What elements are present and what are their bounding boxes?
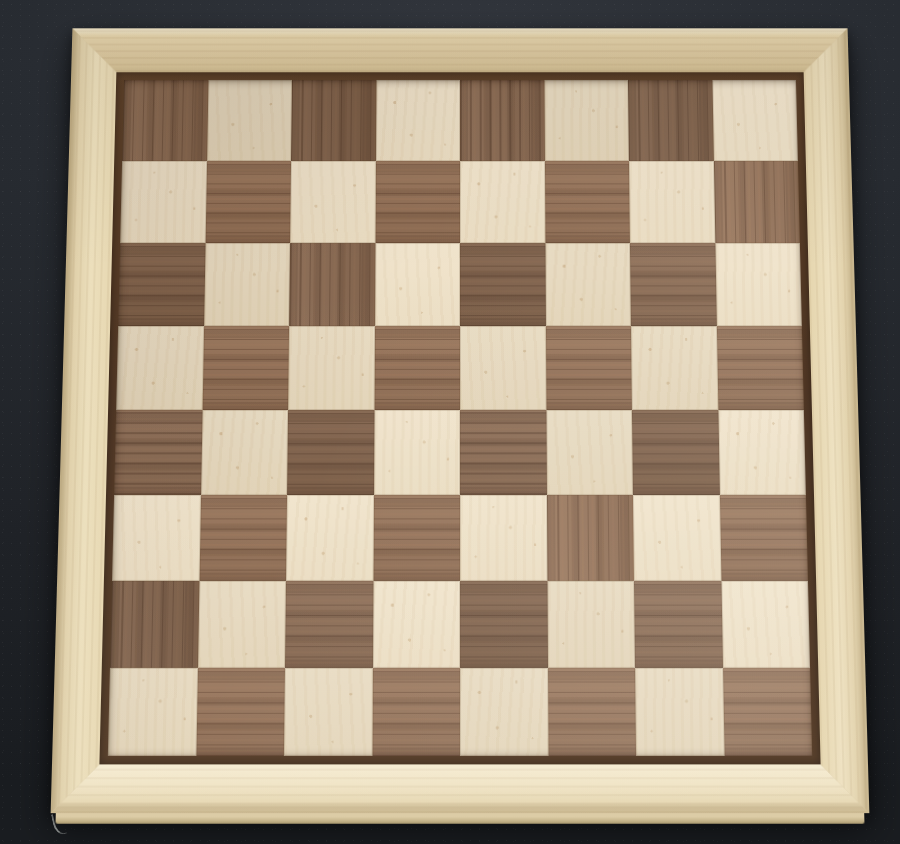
square-r3c2: [288, 326, 374, 410]
square-r3c5: [545, 326, 631, 410]
square-r0c2: [291, 80, 376, 161]
square-r4c2: [287, 410, 374, 495]
square-r7c0: [108, 668, 198, 756]
square-r2c1: [204, 243, 290, 326]
square-r1c7: [713, 161, 799, 243]
square-r4c5: [546, 410, 633, 495]
square-r5c5: [546, 495, 634, 581]
square-r5c7: [719, 495, 808, 581]
square-r7c6: [635, 668, 724, 756]
square-r2c3: [375, 243, 460, 326]
square-r7c5: [548, 668, 637, 756]
board-frame-bottom: [51, 764, 870, 813]
square-r0c6: [628, 80, 713, 161]
square-r6c2: [285, 581, 373, 668]
square-r7c7: [723, 668, 813, 756]
square-r4c0: [114, 410, 202, 495]
square-r3c6: [631, 326, 718, 410]
square-r5c1: [199, 495, 287, 581]
square-r1c6: [629, 161, 715, 243]
square-r7c2: [284, 668, 373, 756]
square-r0c0: [122, 80, 208, 161]
square-r0c3: [376, 80, 460, 161]
square-r0c5: [544, 80, 629, 161]
square-r6c5: [547, 581, 635, 668]
board-frame-top: [71, 28, 849, 72]
square-r6c4: [460, 581, 548, 668]
square-r3c7: [716, 326, 803, 410]
square-r1c2: [290, 161, 375, 243]
square-r7c3: [372, 668, 460, 756]
square-r6c0: [110, 581, 199, 668]
square-r1c5: [544, 161, 629, 243]
square-r3c4: [460, 326, 546, 410]
square-r7c4: [460, 668, 548, 756]
square-r2c6: [630, 243, 716, 326]
square-r5c3: [373, 495, 460, 581]
chess-board: [51, 28, 870, 813]
square-r3c3: [374, 326, 460, 410]
playing-field: [108, 80, 812, 756]
square-r3c1: [202, 326, 289, 410]
square-r4c1: [201, 410, 288, 495]
square-r0c4: [460, 80, 544, 161]
square-r1c3: [375, 161, 460, 243]
square-r5c4: [460, 495, 547, 581]
square-r1c4: [460, 161, 545, 243]
square-r2c2: [289, 243, 375, 326]
square-r1c0: [120, 161, 206, 243]
square-r6c1: [197, 581, 286, 668]
square-r4c7: [718, 410, 806, 495]
square-r0c7: [712, 80, 798, 161]
table-surface: [0, 0, 900, 844]
square-r5c2: [286, 495, 374, 581]
board-inner-border: [99, 72, 820, 764]
square-r0c1: [207, 80, 292, 161]
square-r7c1: [196, 668, 285, 756]
square-r4c4: [460, 410, 546, 495]
square-r6c7: [721, 581, 810, 668]
square-r1c1: [205, 161, 291, 243]
square-r4c3: [374, 410, 460, 495]
square-r5c6: [633, 495, 721, 581]
square-r6c3: [372, 581, 460, 668]
square-r2c0: [118, 243, 205, 326]
square-r3c0: [116, 326, 203, 410]
square-r5c0: [112, 495, 201, 581]
square-r4c6: [632, 410, 719, 495]
square-r6c6: [634, 581, 723, 668]
square-r2c4: [460, 243, 545, 326]
square-r2c7: [715, 243, 802, 326]
square-r2c5: [545, 243, 631, 326]
